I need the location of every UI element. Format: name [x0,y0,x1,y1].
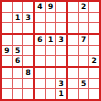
cell-r3c2[interactable] [13,23,23,33]
box-3-3: 5 [68,68,99,99]
cell-r8c2[interactable] [13,79,23,89]
cell-r7c7[interactable] [68,68,78,78]
box-1-1: 13 [2,2,33,33]
cell-r6c8[interactable] [79,56,89,66]
cell-r9c1[interactable] [2,89,12,99]
cell-r2c2: 1 [13,13,23,23]
cell-r3c5[interactable] [46,23,56,33]
box-3-1: 8 [2,68,33,99]
cell-r2c9[interactable] [89,13,99,23]
cell-r7c8[interactable] [79,68,89,78]
cell-r6c2: 6 [13,56,23,66]
cell-r9c4[interactable] [35,89,45,99]
cell-r1c7[interactable] [68,2,78,12]
cell-r7c3: 8 [23,68,33,78]
cell-r8c8: 5 [79,79,89,89]
cell-r9c6: 1 [56,89,66,99]
cell-r6c3[interactable] [23,56,33,66]
cell-r3c6[interactable] [56,23,66,33]
box-2-1: 956 [2,35,33,66]
cell-r7c9[interactable] [89,68,99,78]
cell-r3c3[interactable] [23,23,33,33]
cell-r4c6: 3 [56,35,66,45]
cell-r5c9[interactable] [89,46,99,56]
cell-r1c3[interactable] [23,2,33,12]
cell-r3c9[interactable] [89,23,99,33]
cell-r8c3[interactable] [23,79,33,89]
cell-r5c2: 5 [13,46,23,56]
cell-r5c6[interactable] [56,46,66,56]
box-2-2: 613 [35,35,66,66]
cell-r9c9 [89,89,99,99]
cell-r4c7[interactable] [68,35,78,45]
cell-r5c1: 9 [2,46,12,56]
cell-r9c8[interactable] [79,89,89,99]
box-2-3: 72 [68,35,99,66]
cell-r3c7[interactable] [68,23,78,33]
cell-r4c1[interactable] [2,35,12,45]
cell-r9c5[interactable] [46,89,56,99]
cell-r8c5[interactable] [46,79,56,89]
cell-r1c4: 4 [35,2,45,12]
cell-r4c4: 6 [35,35,45,45]
cell-r4c2[interactable] [13,35,23,45]
cell-r6c9: 2 [89,56,99,66]
cell-r8c4[interactable] [35,79,45,89]
cell-r2c7[interactable] [68,13,78,23]
cell-r2c6[interactable] [56,13,66,23]
cell-r7c1[interactable] [2,68,12,78]
cell-r6c7[interactable] [68,56,78,66]
cell-r4c9[interactable] [89,35,99,45]
cell-r8c1[interactable] [2,79,12,89]
box-1-3: 2 [68,2,99,33]
cell-r2c1[interactable] [2,13,12,23]
cell-r4c5: 1 [46,35,56,45]
cell-r9c2[interactable] [13,89,23,99]
box-3-2: 31 [35,68,66,99]
cell-r6c6[interactable] [56,56,66,66]
cell-r5c3[interactable] [23,46,33,56]
cell-r7c4[interactable] [35,68,45,78]
cell-r8c9[interactable] [89,79,99,89]
cell-r2c4[interactable] [35,13,45,23]
cell-r7c2[interactable] [13,68,23,78]
cell-r7c5[interactable] [46,68,56,78]
cell-r5c4[interactable] [35,46,45,56]
cell-r8c6: 3 [56,79,66,89]
cell-r4c8: 7 [79,35,89,45]
cell-r5c5[interactable] [46,46,56,56]
cell-r5c8[interactable] [79,46,89,56]
sudoku-board: 13492956613728315 [0,0,101,101]
cell-r1c5: 9 [46,2,56,12]
cell-r1c2[interactable] [13,2,23,12]
cell-r3c1[interactable] [2,23,12,33]
cell-r6c5[interactable] [46,56,56,66]
cell-r2c8[interactable] [79,13,89,23]
cell-r7c6[interactable] [56,68,66,78]
cell-r9c7[interactable] [68,89,78,99]
cell-r2c5[interactable] [46,13,56,23]
cell-r4c3[interactable] [23,35,33,45]
cell-r3c4[interactable] [35,23,45,33]
cell-r5c7[interactable] [68,46,78,56]
box-1-2: 49 [35,2,66,33]
cell-r1c8: 2 [79,2,89,12]
cell-r1c1[interactable] [2,2,12,12]
cell-r6c4[interactable] [35,56,45,66]
cell-r3c8[interactable] [79,23,89,33]
cell-r1c6[interactable] [56,2,66,12]
cell-r1c9[interactable] [89,2,99,12]
cell-r8c7[interactable] [68,79,78,89]
cell-r2c3: 3 [23,13,33,23]
cell-r6c1[interactable] [2,56,12,66]
cell-r9c3[interactable] [23,89,33,99]
